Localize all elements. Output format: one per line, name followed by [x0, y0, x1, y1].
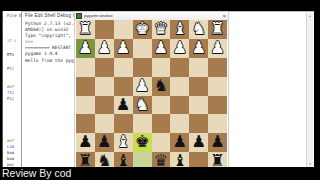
square-g7[interactable]: ♟: [95, 133, 114, 152]
square-h6[interactable]: [76, 114, 95, 133]
square-h1[interactable]: ♜: [76, 20, 95, 39]
white-bishop[interactable]: ♝: [170, 20, 189, 39]
square-a1[interactable]: ♜: [208, 20, 227, 39]
white-pawn[interactable]: ♟: [208, 39, 227, 58]
square-c2[interactable]: ♟: [170, 39, 189, 58]
square-f2[interactable]: ♟: [114, 39, 133, 58]
square-e2[interactable]: [133, 39, 152, 58]
square-f7[interactable]: ♝: [114, 133, 133, 152]
square-e4[interactable]: ♟: [133, 77, 152, 96]
square-g4[interactable]: [95, 77, 114, 96]
square-e3[interactable]: [133, 58, 152, 77]
code-fragment: Fi(: [7, 96, 14, 101]
square-d1[interactable]: ♛: [152, 20, 171, 39]
square-e1[interactable]: ♚: [133, 20, 152, 39]
letterbox-top: [0, 0, 320, 11]
white-pawn[interactable]: ♟: [95, 39, 114, 58]
square-g3[interactable]: [95, 58, 114, 77]
white-knight[interactable]: ♞: [133, 96, 152, 115]
black-pawn[interactable]: ♟: [170, 133, 189, 152]
scroll-up-icon[interactable]: ▲: [307, 13, 313, 19]
square-h2[interactable]: ♟: [76, 39, 95, 58]
screenshot-canvas: File Edif cRTnPt(deff1(Fi(defLibboaboapo…: [0, 0, 320, 180]
square-f1[interactable]: [114, 20, 133, 39]
square-c7[interactable]: ♟: [170, 133, 189, 152]
square-c1[interactable]: ♝: [170, 20, 189, 39]
white-queen[interactable]: ♛: [152, 20, 171, 39]
square-b1[interactable]: ♞: [189, 20, 208, 39]
white-rook[interactable]: ♜: [76, 20, 95, 39]
square-b6[interactable]: [189, 114, 208, 133]
square-g6[interactable]: [95, 114, 114, 133]
code-fragment: Pt(: [7, 66, 14, 71]
square-d5[interactable]: [152, 96, 171, 115]
square-h4[interactable]: [76, 77, 95, 96]
white-knight[interactable]: ♞: [189, 20, 208, 39]
black-pawn[interactable]: ♟: [189, 133, 208, 152]
black-pawn[interactable]: ♟: [114, 96, 133, 115]
black-knight[interactable]: ♞: [152, 77, 171, 96]
code-fragment: boa: [7, 150, 14, 155]
square-a6[interactable]: [208, 114, 227, 133]
square-f6[interactable]: [114, 114, 133, 133]
white-pawn[interactable]: ♟: [114, 39, 133, 58]
letterbox-left: [0, 0, 2, 180]
square-a7[interactable]: ♟: [208, 133, 227, 152]
white-pawn[interactable]: ♟: [189, 39, 208, 58]
square-d7[interactable]: [152, 133, 171, 152]
code-fragment: RTn: [7, 52, 14, 57]
square-g5[interactable]: [95, 96, 114, 115]
white-rook[interactable]: ♜: [208, 20, 227, 39]
white-pawn[interactable]: ♟: [76, 39, 95, 58]
square-a4[interactable]: [208, 77, 227, 96]
square-h5[interactable]: [76, 96, 95, 115]
square-b5[interactable]: [189, 96, 208, 115]
square-d2[interactable]: ♟: [152, 39, 171, 58]
code-fragment: boa: [7, 156, 14, 161]
square-d3[interactable]: [152, 58, 171, 77]
black-pawn[interactable]: ♟: [95, 133, 114, 152]
chess-board: ♜♚♛♝♞♜♟♟♟♟♟♟♟♟♞♟♞♟♟♝♚♟♟♟♜♞♝♛♝♜: [76, 20, 227, 171]
white-pawn[interactable]: ♟: [152, 39, 171, 58]
black-pawn[interactable]: ♟: [208, 133, 227, 152]
square-f3[interactable]: [114, 58, 133, 77]
square-b3[interactable]: [189, 58, 208, 77]
square-b7[interactable]: ♟: [189, 133, 208, 152]
square-b2[interactable]: ♟: [189, 39, 208, 58]
letterbox-bottom: Review By cod: [0, 167, 320, 180]
square-c3[interactable]: [170, 58, 189, 77]
shell-scrollbar[interactable]: ▲ ▼: [306, 13, 313, 167]
square-f4[interactable]: [114, 77, 133, 96]
square-a2[interactable]: ♟: [208, 39, 227, 58]
square-h7[interactable]: ♟: [76, 133, 95, 152]
code-fragment: def: [7, 138, 14, 143]
square-d4[interactable]: ♞: [152, 77, 171, 96]
white-bishop[interactable]: ♝: [114, 133, 133, 152]
code-fragment: def: [7, 84, 14, 89]
code-fragment: Lib: [7, 144, 14, 149]
square-e6[interactable]: [133, 114, 152, 133]
square-c6[interactable]: [170, 114, 189, 133]
square-a5[interactable]: [208, 96, 227, 115]
board-window: pygame window × ♜♚♛♝♞♜♟♟♟♟♟♟♟♟♞♟♞♟♟♝♚♟♟♟…: [74, 11, 229, 171]
square-g1[interactable]: [95, 20, 114, 39]
board-window-icon: [77, 14, 81, 18]
square-a3[interactable]: [208, 58, 227, 77]
code-fragment: f1(: [7, 90, 14, 95]
black-pawn[interactable]: ♟: [76, 133, 95, 152]
square-d6[interactable]: [152, 114, 171, 133]
watermark-text: Review By cod: [2, 167, 71, 180]
square-g2[interactable]: ♟: [95, 39, 114, 58]
square-h3[interactable]: [76, 58, 95, 77]
board-window-title: pygame window: [84, 13, 113, 18]
white-pawn[interactable]: ♟: [170, 39, 189, 58]
square-c4[interactable]: [170, 77, 189, 96]
code-fragment: if c: [7, 38, 17, 43]
square-c5[interactable]: [170, 96, 189, 115]
white-king[interactable]: ♚: [133, 20, 152, 39]
black-king[interactable]: ♚: [133, 133, 152, 152]
square-f5[interactable]: ♟: [114, 96, 133, 115]
square-b4[interactable]: [189, 77, 208, 96]
letterbox-right: [314, 0, 320, 180]
square-e5[interactable]: ♞: [133, 96, 152, 115]
white-pawn[interactable]: ♟: [133, 77, 152, 96]
square-e7[interactable]: ♚: [133, 133, 152, 152]
